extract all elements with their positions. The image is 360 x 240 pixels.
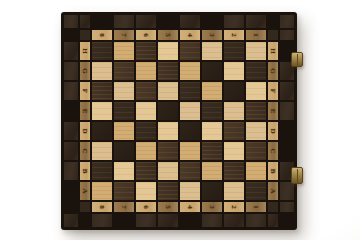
coord-label-top-7: 7	[114, 30, 134, 40]
frame-square	[246, 15, 266, 28]
square-c5[interactable]	[158, 142, 178, 160]
coord-glyph: 3	[207, 202, 217, 212]
coord-glyph: F	[268, 86, 278, 96]
frame-square	[180, 15, 200, 28]
square-c8[interactable]	[92, 142, 112, 160]
coord-band-corner	[268, 202, 278, 212]
coord-label-right-f: F	[268, 82, 278, 100]
square-g5[interactable]	[158, 62, 178, 80]
square-h7[interactable]	[114, 42, 134, 60]
frame-square	[64, 162, 78, 180]
square-e2[interactable]	[224, 102, 244, 120]
frame-square	[280, 15, 294, 28]
coord-label-right-h: H	[268, 42, 278, 60]
coord-glyph: 6	[141, 202, 151, 212]
square-b1[interactable]	[246, 162, 266, 180]
frame-square	[64, 102, 78, 120]
square-g8[interactable]	[92, 62, 112, 80]
square-f8[interactable]	[92, 82, 112, 100]
frame-square	[202, 15, 222, 28]
square-d6[interactable]	[136, 122, 156, 140]
coord-label-left-c: C	[80, 142, 90, 160]
brass-hinge-top-icon	[291, 52, 303, 67]
square-h8[interactable]	[92, 42, 112, 60]
frame-square	[64, 82, 78, 100]
frame-square	[158, 214, 178, 227]
square-c6[interactable]	[136, 142, 156, 160]
frame-square	[280, 82, 294, 100]
square-d8[interactable]	[92, 122, 112, 140]
coord-glyph: 4	[185, 202, 195, 212]
coord-glyph: D	[80, 126, 90, 136]
coord-label-left-d: D	[80, 122, 90, 140]
coord-label-top-4: 4	[180, 30, 200, 40]
coord-glyph: G	[80, 66, 90, 76]
frame-square	[136, 15, 156, 28]
coord-band-corner	[80, 202, 90, 212]
coord-label-bottom-5: 5	[158, 202, 178, 212]
coord-glyph: 2	[229, 202, 239, 212]
coord-glyph: E	[268, 106, 278, 116]
frame-square	[246, 214, 266, 227]
frame-square	[202, 214, 222, 227]
coord-label-top-2: 2	[224, 30, 244, 40]
coord-band-corner	[268, 30, 278, 40]
square-f5[interactable]	[158, 82, 178, 100]
coord-label-top-5: 5	[158, 30, 178, 40]
frame-square	[280, 30, 294, 40]
coord-label-right-d: D	[268, 122, 278, 140]
coord-label-top-8: 8	[92, 30, 112, 40]
square-d5[interactable]	[158, 122, 178, 140]
square-a5[interactable]	[158, 182, 178, 200]
square-b7[interactable]	[114, 162, 134, 180]
coord-label-top-1: 1	[246, 30, 266, 40]
square-e7[interactable]	[114, 102, 134, 120]
coord-glyph: 5	[163, 30, 173, 40]
frame-square	[64, 62, 78, 80]
square-b6[interactable]	[136, 162, 156, 180]
frame-square	[80, 214, 90, 227]
coord-glyph: H	[80, 46, 90, 56]
square-c4[interactable]	[180, 142, 200, 160]
coord-glyph: 7	[119, 30, 129, 40]
coord-label-bottom-3: 3	[202, 202, 222, 212]
square-f7[interactable]	[114, 82, 134, 100]
square-c7[interactable]	[114, 142, 134, 160]
square-b4[interactable]	[180, 162, 200, 180]
frame-square	[136, 214, 156, 227]
square-d4[interactable]	[180, 122, 200, 140]
photo-background: 87654321HHGGFFEEDDCCBBAA87654321	[0, 0, 360, 240]
square-c2[interactable]	[224, 142, 244, 160]
coord-glyph: 5	[163, 202, 173, 212]
frame-square	[64, 122, 78, 140]
square-b3[interactable]	[202, 162, 222, 180]
square-b5[interactable]	[158, 162, 178, 180]
square-a6[interactable]	[136, 182, 156, 200]
frame-square	[64, 30, 78, 40]
square-f2[interactable]	[224, 82, 244, 100]
square-e8[interactable]	[92, 102, 112, 120]
coord-label-left-b: B	[80, 162, 90, 180]
square-h3[interactable]	[202, 42, 222, 60]
square-g6[interactable]	[136, 62, 156, 80]
square-e1[interactable]	[246, 102, 266, 120]
coord-glyph: 1	[251, 202, 261, 212]
frame-square	[224, 214, 244, 227]
square-f3[interactable]	[202, 82, 222, 100]
frame-square	[280, 182, 294, 200]
square-g7[interactable]	[114, 62, 134, 80]
frame-square	[80, 15, 90, 28]
square-b2[interactable]	[224, 162, 244, 180]
square-b8[interactable]	[92, 162, 112, 180]
coord-glyph: B	[80, 166, 90, 176]
square-d1[interactable]	[246, 122, 266, 140]
coord-label-left-a: A	[80, 182, 90, 200]
coord-glyph: B	[268, 166, 278, 176]
coord-label-left-f: F	[80, 82, 90, 100]
frame-square	[92, 214, 112, 227]
square-f1[interactable]	[246, 82, 266, 100]
frame-square	[180, 214, 200, 227]
frame-square	[114, 15, 134, 28]
coord-band-corner	[80, 30, 90, 40]
square-f4[interactable]	[180, 82, 200, 100]
coord-label-top-6: 6	[136, 30, 156, 40]
frame-square	[280, 214, 294, 227]
square-a8[interactable]	[92, 182, 112, 200]
frame-square	[64, 214, 78, 227]
coord-label-top-3: 3	[202, 30, 222, 40]
square-e5[interactable]	[158, 102, 178, 120]
square-g3[interactable]	[202, 62, 222, 80]
coord-glyph: G	[268, 66, 278, 76]
coord-glyph: C	[80, 146, 90, 156]
square-a2[interactable]	[224, 182, 244, 200]
coord-label-left-g: G	[80, 62, 90, 80]
frame-square	[280, 202, 294, 212]
chessboard: 87654321HHGGFFEEDDCCBBAA87654321	[61, 12, 297, 230]
frame-square	[280, 142, 294, 160]
square-d3[interactable]	[202, 122, 222, 140]
coord-glyph: 3	[207, 30, 217, 40]
coord-label-bottom-6: 6	[136, 202, 156, 212]
square-a7[interactable]	[114, 182, 134, 200]
square-c3[interactable]	[202, 142, 222, 160]
coord-label-left-h: H	[80, 42, 90, 60]
square-h1[interactable]	[246, 42, 266, 60]
square-e4[interactable]	[180, 102, 200, 120]
coord-glyph: 1	[251, 30, 261, 40]
coord-glyph: D	[268, 126, 278, 136]
square-d2[interactable]	[224, 122, 244, 140]
coord-glyph: E	[80, 106, 90, 116]
frame-square	[64, 142, 78, 160]
coord-glyph: 8	[97, 202, 107, 212]
frame-square	[92, 15, 112, 28]
square-h6[interactable]	[136, 42, 156, 60]
frame-square	[64, 202, 78, 212]
coord-label-bottom-8: 8	[92, 202, 112, 212]
brass-hinge-bottom-icon	[291, 167, 303, 184]
square-e6[interactable]	[136, 102, 156, 120]
frame-square	[268, 15, 278, 28]
square-e3[interactable]	[202, 102, 222, 120]
frame-square	[280, 102, 294, 120]
frame-square	[64, 182, 78, 200]
square-h5[interactable]	[158, 42, 178, 60]
coord-glyph: 4	[185, 30, 195, 40]
frame-square	[268, 214, 278, 227]
square-f6[interactable]	[136, 82, 156, 100]
coord-glyph: 6	[141, 30, 151, 40]
coord-glyph: 8	[97, 30, 107, 40]
frame-square	[280, 122, 294, 140]
coord-label-right-a: A	[268, 182, 278, 200]
coord-glyph: A	[268, 186, 278, 196]
coord-label-left-e: E	[80, 102, 90, 120]
coord-glyph: A	[80, 186, 90, 196]
coord-glyph: F	[80, 86, 90, 96]
square-a3[interactable]	[202, 182, 222, 200]
square-c1[interactable]	[246, 142, 266, 160]
square-g2[interactable]	[224, 62, 244, 80]
square-a4[interactable]	[180, 182, 200, 200]
coord-label-right-e: E	[268, 102, 278, 120]
frame-square	[114, 214, 134, 227]
coord-label-right-c: C	[268, 142, 278, 160]
square-a1[interactable]	[246, 182, 266, 200]
coord-label-bottom-4: 4	[180, 202, 200, 212]
coord-label-bottom-2: 2	[224, 202, 244, 212]
square-h4[interactable]	[180, 42, 200, 60]
frame-square	[64, 15, 78, 28]
coord-glyph: 2	[229, 30, 239, 40]
coord-label-bottom-1: 1	[246, 202, 266, 212]
coord-label-right-b: B	[268, 162, 278, 180]
square-d7[interactable]	[114, 122, 134, 140]
coord-glyph: 7	[119, 202, 129, 212]
frame-square	[64, 42, 78, 60]
square-h2[interactable]	[224, 42, 244, 60]
coord-glyph: H	[268, 46, 278, 56]
frame-square	[158, 15, 178, 28]
frame-square	[224, 15, 244, 28]
square-g4[interactable]	[180, 62, 200, 80]
coord-glyph: C	[268, 146, 278, 156]
square-g1[interactable]	[246, 62, 266, 80]
coord-label-right-g: G	[268, 62, 278, 80]
coord-label-bottom-7: 7	[114, 202, 134, 212]
